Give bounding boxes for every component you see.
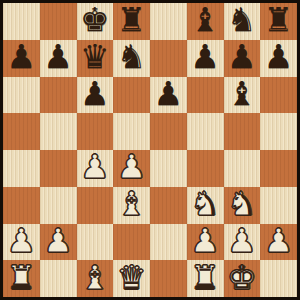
white-pawn[interactable]: ♟ [264,224,294,259]
chess-board: ♚♜♝♞♜♟♟♛♞♟♟♟♟♟♝♟♟♝♞♞♟♟♟♟♟♜♝♛♜♚ [3,3,297,297]
board-frame: ♚♜♝♞♜♟♟♛♞♟♟♟♟♟♝♟♟♝♞♞♟♟♟♟♟♜♝♛♜♚ [0,0,300,300]
square-h7[interactable]: ♟ [260,40,297,77]
square-f7[interactable]: ♟ [187,40,224,77]
square-h4[interactable] [260,150,297,187]
white-queen[interactable]: ♛ [117,260,147,295]
square-a8[interactable] [3,3,40,40]
black-pawn[interactable]: ♟ [154,77,184,112]
white-rook[interactable]: ♜ [190,260,220,295]
square-h6[interactable] [260,77,297,114]
white-king[interactable]: ♚ [227,260,257,295]
square-b4[interactable] [40,150,77,187]
white-pawn[interactable]: ♟ [227,224,257,259]
square-h2[interactable]: ♟ [260,224,297,261]
square-c1[interactable]: ♝ [77,260,114,297]
square-f3[interactable]: ♞ [187,187,224,224]
square-a7[interactable]: ♟ [3,40,40,77]
square-a3[interactable] [3,187,40,224]
square-g7[interactable]: ♟ [224,40,261,77]
square-a4[interactable] [3,150,40,187]
square-b3[interactable] [40,187,77,224]
square-e8[interactable] [150,3,187,40]
square-b1[interactable] [40,260,77,297]
square-d5[interactable] [113,113,150,150]
square-b2[interactable]: ♟ [40,224,77,261]
black-pawn[interactable]: ♟ [7,40,37,75]
square-a2[interactable]: ♟ [3,224,40,261]
square-b6[interactable] [40,77,77,114]
square-e3[interactable] [150,187,187,224]
square-c4[interactable]: ♟ [77,150,114,187]
black-pawn[interactable]: ♟ [264,40,294,75]
square-c2[interactable] [77,224,114,261]
square-f5[interactable] [187,113,224,150]
square-f4[interactable] [187,150,224,187]
white-pawn[interactable]: ♟ [80,150,110,185]
square-f1[interactable]: ♜ [187,260,224,297]
black-rook[interactable]: ♜ [264,3,294,38]
black-pawn[interactable]: ♟ [80,77,110,112]
square-e6[interactable]: ♟ [150,77,187,114]
square-b5[interactable] [40,113,77,150]
square-c5[interactable] [77,113,114,150]
square-g4[interactable] [224,150,261,187]
black-knight[interactable]: ♞ [227,3,257,38]
square-g1[interactable]: ♚ [224,260,261,297]
black-pawn[interactable]: ♟ [227,40,257,75]
white-pawn[interactable]: ♟ [43,224,73,259]
square-b8[interactable] [40,3,77,40]
black-king[interactable]: ♚ [80,3,110,38]
square-h8[interactable]: ♜ [260,3,297,40]
white-bishop[interactable]: ♝ [80,260,110,295]
square-e4[interactable] [150,150,187,187]
square-g6[interactable]: ♝ [224,77,261,114]
square-e2[interactable] [150,224,187,261]
square-c3[interactable] [77,187,114,224]
square-h5[interactable] [260,113,297,150]
black-knight[interactable]: ♞ [117,40,147,75]
square-g8[interactable]: ♞ [224,3,261,40]
square-c7[interactable]: ♛ [77,40,114,77]
square-f2[interactable]: ♟ [187,224,224,261]
square-a1[interactable]: ♜ [3,260,40,297]
black-rook[interactable]: ♜ [117,3,147,38]
square-a6[interactable] [3,77,40,114]
square-g5[interactable] [224,113,261,150]
black-bishop[interactable]: ♝ [190,3,220,38]
white-knight[interactable]: ♞ [227,187,257,222]
white-pawn[interactable]: ♟ [7,224,37,259]
white-pawn[interactable]: ♟ [190,224,220,259]
black-pawn[interactable]: ♟ [190,40,220,75]
square-c8[interactable]: ♚ [77,3,114,40]
square-d3[interactable]: ♝ [113,187,150,224]
square-h3[interactable] [260,187,297,224]
white-pawn[interactable]: ♟ [117,150,147,185]
white-rook[interactable]: ♜ [7,260,37,295]
white-knight[interactable]: ♞ [190,187,220,222]
black-pawn[interactable]: ♟ [43,40,73,75]
square-e7[interactable] [150,40,187,77]
square-e5[interactable] [150,113,187,150]
square-h1[interactable] [260,260,297,297]
square-g2[interactable]: ♟ [224,224,261,261]
square-c6[interactable]: ♟ [77,77,114,114]
square-d6[interactable] [113,77,150,114]
square-f6[interactable] [187,77,224,114]
black-bishop[interactable]: ♝ [227,77,257,112]
square-b7[interactable]: ♟ [40,40,77,77]
square-d4[interactable]: ♟ [113,150,150,187]
square-d7[interactable]: ♞ [113,40,150,77]
square-d1[interactable]: ♛ [113,260,150,297]
square-e1[interactable] [150,260,187,297]
square-g3[interactable]: ♞ [224,187,261,224]
square-a5[interactable] [3,113,40,150]
white-bishop[interactable]: ♝ [117,187,147,222]
square-d2[interactable] [113,224,150,261]
square-d8[interactable]: ♜ [113,3,150,40]
black-queen[interactable]: ♛ [80,40,110,75]
square-f8[interactable]: ♝ [187,3,224,40]
